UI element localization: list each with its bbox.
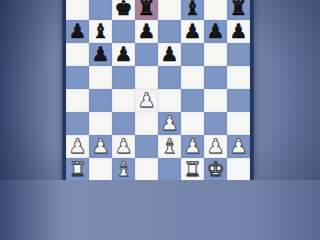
square-a3[interactable]: [66, 112, 89, 135]
white-bishop-piece[interactable]: ♝: [115, 158, 133, 180]
white-pawn-piece[interactable]: ♟: [138, 89, 156, 112]
square-g7[interactable]: ♟: [204, 20, 227, 43]
square-a7[interactable]: ♟: [66, 20, 89, 43]
black-bishop-piece[interactable]: ♝: [92, 20, 110, 43]
square-f1[interactable]: ♜: [181, 158, 204, 180]
white-pawn-piece[interactable]: ♟: [184, 135, 202, 158]
white-pawn-piece[interactable]: ♟: [115, 135, 133, 158]
chess-board: ♚♜♝♜♟♝♟♟♟♟♟♟♟♟♟♟♟♟♝♟♟♟♜♝♜♚: [62, 0, 254, 180]
square-d6[interactable]: [135, 43, 158, 66]
square-b6[interactable]: ♟: [89, 43, 112, 66]
square-e3[interactable]: ♟: [158, 112, 181, 135]
black-pawn-piece[interactable]: ♟: [184, 20, 202, 43]
square-e6[interactable]: ♟: [158, 43, 181, 66]
white-rook-piece[interactable]: ♜: [69, 158, 87, 180]
square-g8[interactable]: [204, 0, 227, 20]
square-h4[interactable]: [227, 89, 250, 112]
square-h7[interactable]: ♟: [227, 20, 250, 43]
black-rook-piece[interactable]: ♜: [230, 0, 248, 20]
black-pawn-piece[interactable]: ♟: [69, 20, 87, 43]
square-d7[interactable]: ♟: [135, 20, 158, 43]
square-h8[interactable]: ♜: [227, 0, 250, 20]
square-h1[interactable]: [227, 158, 250, 180]
square-d4[interactable]: ♟: [135, 89, 158, 112]
square-d2[interactable]: [135, 135, 158, 158]
square-a8[interactable]: [66, 0, 89, 20]
square-d1[interactable]: [135, 158, 158, 180]
square-d5[interactable]: [135, 66, 158, 89]
white-rook-piece[interactable]: ♜: [184, 158, 202, 180]
white-pawn-piece[interactable]: ♟: [207, 135, 225, 158]
white-bishop-piece[interactable]: ♝: [161, 135, 179, 158]
black-pawn-piece[interactable]: ♟: [207, 20, 225, 43]
black-pawn-piece[interactable]: ♟: [115, 43, 133, 66]
black-pawn-piece[interactable]: ♟: [138, 20, 156, 43]
square-h5[interactable]: [227, 66, 250, 89]
square-g2[interactable]: ♟: [204, 135, 227, 158]
square-a4[interactable]: [66, 89, 89, 112]
square-f3[interactable]: [181, 112, 204, 135]
square-b2[interactable]: ♟: [89, 135, 112, 158]
square-c8[interactable]: ♚: [112, 0, 135, 20]
square-a6[interactable]: [66, 43, 89, 66]
white-pawn-piece[interactable]: ♟: [92, 135, 110, 158]
square-f2[interactable]: ♟: [181, 135, 204, 158]
square-e4[interactable]: [158, 89, 181, 112]
square-h6[interactable]: [227, 43, 250, 66]
white-pawn-piece[interactable]: ♟: [230, 135, 248, 158]
square-a2[interactable]: ♟: [66, 135, 89, 158]
square-f5[interactable]: [181, 66, 204, 89]
black-bishop-piece[interactable]: ♝: [184, 0, 202, 20]
black-pawn-piece[interactable]: ♟: [230, 20, 248, 43]
square-e1[interactable]: [158, 158, 181, 180]
square-f4[interactable]: [181, 89, 204, 112]
square-c3[interactable]: [112, 112, 135, 135]
square-g5[interactable]: [204, 66, 227, 89]
black-rook-piece[interactable]: ♜: [138, 0, 156, 20]
board-grid: ♚♜♝♜♟♝♟♟♟♟♟♟♟♟♟♟♟♟♝♟♟♟♜♝♜♚: [66, 0, 250, 180]
white-pawn-piece[interactable]: ♟: [161, 112, 179, 135]
square-h3[interactable]: [227, 112, 250, 135]
black-pawn-piece[interactable]: ♟: [161, 43, 179, 66]
square-f7[interactable]: ♟: [181, 20, 204, 43]
square-c2[interactable]: ♟: [112, 135, 135, 158]
square-c6[interactable]: ♟: [112, 43, 135, 66]
square-h2[interactable]: ♟: [227, 135, 250, 158]
square-d3[interactable]: [135, 112, 158, 135]
square-c5[interactable]: [112, 66, 135, 89]
black-pawn-piece[interactable]: ♟: [92, 43, 110, 66]
square-b4[interactable]: [89, 89, 112, 112]
square-b7[interactable]: ♝: [89, 20, 112, 43]
square-a1[interactable]: ♜: [66, 158, 89, 180]
square-e7[interactable]: [158, 20, 181, 43]
square-b8[interactable]: [89, 0, 112, 20]
square-g4[interactable]: [204, 89, 227, 112]
square-e8[interactable]: [158, 0, 181, 20]
square-d8[interactable]: ♜: [135, 0, 158, 20]
square-g3[interactable]: [204, 112, 227, 135]
square-b5[interactable]: [89, 66, 112, 89]
square-e2[interactable]: ♝: [158, 135, 181, 158]
square-c1[interactable]: ♝: [112, 158, 135, 180]
square-e5[interactable]: [158, 66, 181, 89]
square-a5[interactable]: [66, 66, 89, 89]
square-c7[interactable]: [112, 20, 135, 43]
square-c4[interactable]: [112, 89, 135, 112]
white-king-piece[interactable]: ♚: [207, 158, 225, 180]
white-pawn-piece[interactable]: ♟: [69, 135, 87, 158]
square-f8[interactable]: ♝: [181, 0, 204, 20]
square-g6[interactable]: [204, 43, 227, 66]
square-g1[interactable]: ♚: [204, 158, 227, 180]
square-f6[interactable]: [181, 43, 204, 66]
black-king-piece[interactable]: ♚: [115, 0, 133, 20]
square-b3[interactable]: [89, 112, 112, 135]
square-b1[interactable]: [89, 158, 112, 180]
